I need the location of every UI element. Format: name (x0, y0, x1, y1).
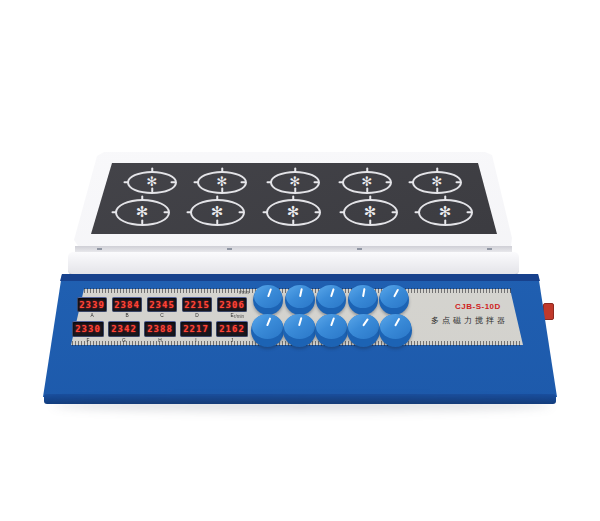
product-name-label: 多点磁力搅拌器 (431, 315, 508, 326)
stir-position-tick (456, 181, 461, 183)
speed-knob-top (316, 314, 347, 339)
speed-knob-top (348, 314, 379, 339)
stir-position-tick (124, 181, 129, 183)
stir-position-mark-icon: ✻ (439, 204, 452, 219)
unit-label: r/min (222, 314, 245, 319)
speed-display: 2384 (112, 297, 142, 312)
speed-display-value: 2330 (75, 324, 101, 334)
speed-knob[interactable] (379, 285, 409, 315)
hotplate-body (68, 252, 519, 275)
stir-position-tick (366, 167, 368, 172)
stir-position: ✻ (197, 171, 247, 194)
speed-display: 2162 (216, 321, 248, 337)
speed-knob[interactable] (283, 314, 316, 347)
knob-indicator (362, 318, 369, 327)
stir-position-tick (292, 195, 294, 200)
stir-position: ✻ (266, 199, 321, 226)
channel-label: I (183, 338, 209, 343)
speed-display: 2342 (108, 321, 140, 337)
stir-position: ✻ (190, 199, 245, 226)
stir-position-mark-icon: ✻ (147, 175, 158, 188)
stir-position: ✻ (418, 199, 473, 226)
speed-knob[interactable] (348, 285, 378, 315)
speed-knob[interactable] (347, 314, 380, 347)
knob-indicator (330, 317, 335, 326)
speed-knob-top (284, 314, 315, 339)
stir-position: ✻ (343, 199, 398, 226)
stir-position-tick (186, 211, 191, 213)
drop-shadow (52, 398, 552, 412)
channel-label: D (185, 313, 209, 318)
channel-label: H (147, 338, 173, 343)
channel-label: B (115, 313, 139, 318)
knob-indicator (298, 317, 302, 326)
stir-position-mark-icon: ✻ (364, 204, 377, 219)
speed-display: 2215 (182, 297, 212, 312)
stir-position-tick (314, 211, 319, 213)
speed-display: 2339 (77, 297, 107, 312)
stir-position-tick (151, 167, 153, 172)
speed-display: 2217 (180, 321, 212, 337)
product-photo-magnetic-stirrer: ✻✻✻✻✻✻✻✻✻✻ 2339A2384B2345C2215D2306Er/mi… (0, 0, 600, 521)
speed-knob[interactable] (315, 314, 348, 347)
stir-position-mark-icon: ✻ (211, 204, 224, 219)
channel-label: J (219, 338, 245, 343)
stir-position-tick (221, 167, 223, 172)
speed-knob-top (380, 285, 408, 308)
knob-indicator (267, 288, 272, 297)
channel-label: G (111, 338, 137, 343)
channel-label: C (150, 313, 174, 318)
speed-knob[interactable] (316, 285, 346, 315)
stir-position-tick (339, 211, 344, 213)
stir-position-tick (369, 195, 371, 200)
speed-knob-top (254, 285, 282, 308)
stir-position-tick (111, 211, 116, 213)
speed-display: 2388 (144, 321, 176, 337)
stir-position-mark-icon: ✻ (362, 175, 373, 188)
channel-label: F (75, 338, 101, 343)
speed-display-value: 2339 (79, 300, 105, 310)
stir-position-tick (163, 211, 168, 213)
speed-display-value: 2217 (183, 324, 209, 334)
seam-dash (487, 248, 492, 250)
speed-display-value: 2306 (219, 300, 245, 310)
speed-display: 2330 (72, 321, 104, 337)
seam-dash (97, 248, 102, 250)
stir-position-tick (294, 167, 296, 172)
stir-position-tick (171, 181, 176, 183)
stir-position: ✻ (412, 171, 462, 194)
knob-indicator (362, 288, 366, 297)
knob-indicator (394, 317, 400, 326)
speed-display: 2306 (217, 297, 247, 312)
stir-position-tick (414, 211, 419, 213)
knob-indicator (393, 288, 399, 297)
stir-position-tick (238, 211, 243, 213)
stir-position-tick (466, 211, 471, 213)
stir-position-tick (241, 181, 246, 183)
stir-position: ✻ (115, 199, 170, 226)
speed-knob-top (286, 285, 314, 308)
stir-position: ✻ (270, 171, 320, 194)
speed-display-value: 2388 (147, 324, 173, 334)
stir-position-mark-icon: ✻ (432, 175, 443, 188)
unit-label: r/min (227, 290, 250, 295)
speed-knob[interactable] (285, 285, 315, 315)
speed-display-value: 2384 (114, 300, 140, 310)
seam-dash (227, 248, 232, 250)
speed-knob-top (252, 314, 283, 339)
stir-position-tick (409, 181, 414, 183)
stir-position: ✻ (127, 171, 177, 194)
stir-position-tick (339, 181, 344, 183)
stir-position-tick (436, 167, 438, 172)
stir-position-tick (391, 211, 396, 213)
stir-position-tick (444, 195, 446, 200)
knob-indicator (266, 317, 271, 326)
speed-display-value: 2162 (219, 324, 245, 334)
stir-position-tick (267, 181, 272, 183)
channel-label: A (80, 313, 104, 318)
stir-position-mark-icon: ✻ (290, 175, 301, 188)
speed-display-value: 2342 (111, 324, 137, 334)
model-label: CJB-S-10D (455, 302, 501, 311)
stir-position-mark-icon: ✻ (136, 204, 149, 219)
stir-position-tick (216, 195, 218, 200)
stir-position-tick (141, 195, 143, 200)
stir-position-mark-icon: ✻ (287, 204, 300, 219)
knob-indicator (299, 288, 303, 297)
stir-position-tick (386, 181, 391, 183)
speed-knob-top (317, 285, 345, 308)
speed-display-value: 2215 (184, 300, 210, 310)
speed-knob[interactable] (379, 314, 412, 347)
stir-position-tick (314, 181, 319, 183)
seam-dash (357, 248, 362, 250)
speed-knob-top (349, 285, 377, 308)
speed-display-value: 2345 (149, 300, 175, 310)
speed-knob-top (380, 314, 411, 339)
stir-position-mark-icon: ✻ (217, 175, 228, 188)
stir-position: ✻ (342, 171, 392, 194)
knob-indicator (330, 288, 335, 297)
speed-display: 2345 (147, 297, 177, 312)
stir-position-tick (262, 211, 267, 213)
speed-knob[interactable] (253, 285, 283, 315)
stir-position-tick (194, 181, 199, 183)
speed-knob[interactable] (251, 314, 284, 347)
